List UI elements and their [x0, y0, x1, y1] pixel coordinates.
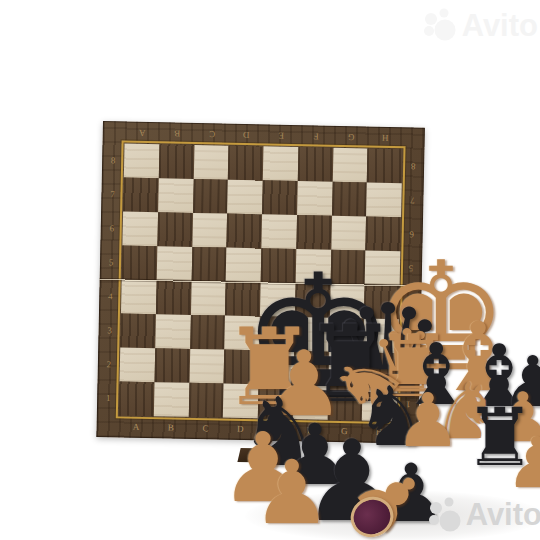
white-pawn-7: ♟: [506, 428, 540, 498]
white-pawn-3: ♟: [253, 449, 332, 537]
avito-watermark-bottom: Avito: [424, 494, 540, 536]
chess-pieces-pile: ♚♚♛♝♛♜♜♜♝♝♟♞♟♞♞♟♟♞♜♟♟♟♟♟♟♟: [0, 0, 540, 540]
product-photo: Avito ABCDEFGH ABCDEFGH 87654321 8765432…: [0, 0, 540, 540]
avito-watermark-text: Avito: [466, 497, 540, 533]
avito-logo-icon: [424, 494, 462, 536]
avito-watermark-text: Avito: [462, 8, 538, 44]
avito-watermark-top: Avito: [420, 6, 538, 46]
avito-logo-icon: [420, 6, 458, 46]
